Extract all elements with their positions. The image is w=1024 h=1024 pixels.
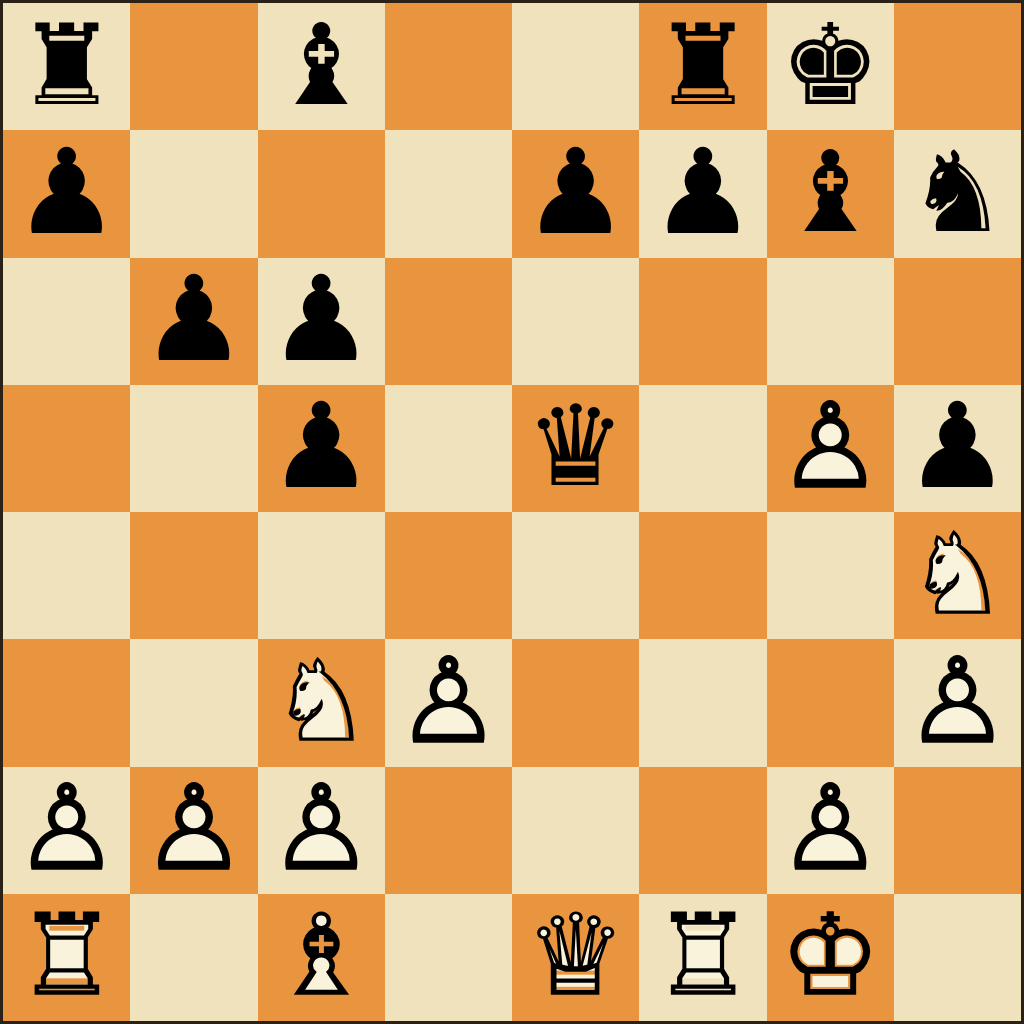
square-d3[interactable]: ♟♙ [385,639,512,766]
square-a8[interactable]: ♜ [3,3,130,130]
square-d4[interactable] [385,512,512,639]
square-f7[interactable]: ♟ [639,130,766,257]
square-g3[interactable] [767,639,894,766]
square-b1[interactable] [130,894,257,1021]
square-d5[interactable] [385,385,512,512]
white-rook-icon-outline: ♖ [653,899,753,1011]
black-bishop-icon-fill: ♝ [271,8,371,120]
square-f8[interactable]: ♜ [639,3,766,130]
square-g2[interactable]: ♟♙ [767,767,894,894]
square-h1[interactable] [894,894,1021,1021]
square-a3[interactable] [3,639,130,766]
black-pawn-icon-fill: ♟ [14,133,120,251]
square-c1[interactable]: ♝♗ [258,894,385,1021]
white-pawn-icon[interactable]: ♟♙ [894,639,1021,766]
square-e5[interactable]: ♛ [512,385,639,512]
black-bishop-icon[interactable]: ♝ [258,3,385,130]
white-king-icon[interactable]: ♚♔ [767,894,894,1021]
square-d6[interactable] [385,258,512,385]
square-h5[interactable]: ♟ [894,385,1021,512]
black-rook-icon-fill: ♜ [653,8,753,120]
square-d2[interactable] [385,767,512,894]
white-queen-icon[interactable]: ♛♕ [512,894,639,1021]
square-f6[interactable] [639,258,766,385]
black-pawn-icon-fill: ♟ [523,133,629,251]
square-e2[interactable] [512,767,639,894]
square-b5[interactable] [130,385,257,512]
square-g8[interactable]: ♚ [767,3,894,130]
black-rook-icon[interactable]: ♜ [639,3,766,130]
square-e8[interactable] [512,3,639,130]
black-pawn-icon[interactable]: ♟ [894,385,1021,512]
black-pawn-icon-fill: ♟ [268,387,374,505]
square-d7[interactable] [385,130,512,257]
white-pawn-icon-outline: ♙ [268,769,374,887]
white-pawn-icon[interactable]: ♟♙ [767,385,894,512]
square-b3[interactable] [130,639,257,766]
square-h4[interactable]: ♞♘ [894,512,1021,639]
square-g7[interactable]: ♝ [767,130,894,257]
square-c5[interactable]: ♟ [258,385,385,512]
white-pawn-icon[interactable]: ♟♙ [3,767,130,894]
white-knight-icon[interactable]: ♞♘ [258,639,385,766]
square-a5[interactable] [3,385,130,512]
square-e3[interactable] [512,639,639,766]
square-h8[interactable] [894,3,1021,130]
square-e6[interactable] [512,258,639,385]
black-knight-icon-fill: ♞ [907,136,1007,248]
black-knight-icon[interactable]: ♞ [894,130,1021,257]
square-e7[interactable]: ♟ [512,130,639,257]
square-e4[interactable] [512,512,639,639]
white-pawn-icon[interactable]: ♟♙ [385,639,512,766]
black-pawn-icon-fill: ♟ [268,260,374,378]
white-pawn-icon-outline: ♙ [777,387,883,505]
white-pawn-icon-outline: ♙ [141,769,247,887]
square-h6[interactable] [894,258,1021,385]
black-rook-icon-fill: ♜ [16,8,116,120]
white-queen-icon-outline: ♕ [525,899,625,1011]
white-bishop-icon[interactable]: ♝♗ [258,894,385,1021]
square-a4[interactable] [3,512,130,639]
white-pawn-icon-outline: ♙ [14,769,120,887]
white-knight-icon[interactable]: ♞♘ [894,512,1021,639]
square-f1[interactable]: ♜♖ [639,894,766,1021]
black-pawn-icon[interactable]: ♟ [258,385,385,512]
square-c2[interactable]: ♟♙ [258,767,385,894]
square-b2[interactable]: ♟♙ [130,767,257,894]
square-g1[interactable]: ♚♔ [767,894,894,1021]
black-bishop-icon[interactable]: ♝ [767,130,894,257]
white-pawn-icon-outline: ♙ [777,769,883,887]
square-a1[interactable]: ♜♖ [3,894,130,1021]
black-pawn-icon[interactable]: ♟ [512,130,639,257]
square-f5[interactable] [639,385,766,512]
square-b8[interactable] [130,3,257,130]
white-rook-icon[interactable]: ♜♖ [639,894,766,1021]
black-queen-icon[interactable]: ♛ [512,385,639,512]
white-rook-icon-outline: ♖ [16,899,116,1011]
white-rook-icon[interactable]: ♜♖ [3,894,130,1021]
square-f4[interactable] [639,512,766,639]
square-b4[interactable] [130,512,257,639]
black-pawn-icon-fill: ♟ [904,387,1010,505]
square-d8[interactable] [385,3,512,130]
square-c4[interactable] [258,512,385,639]
square-a7[interactable]: ♟ [3,130,130,257]
white-pawn-icon[interactable]: ♟♙ [767,767,894,894]
square-g4[interactable] [767,512,894,639]
white-pawn-icon-outline: ♙ [395,642,501,760]
black-queen-icon-fill: ♛ [525,390,625,502]
square-e1[interactable]: ♛♕ [512,894,639,1021]
white-knight-icon-outline: ♘ [271,645,371,757]
square-c6[interactable]: ♟ [258,258,385,385]
black-pawn-icon-fill: ♟ [141,260,247,378]
square-d1[interactable] [385,894,512,1021]
square-h2[interactable] [894,767,1021,894]
black-pawn-icon[interactable]: ♟ [130,258,257,385]
white-king-icon-outline: ♔ [780,899,880,1011]
square-b6[interactable]: ♟ [130,258,257,385]
white-knight-icon-outline: ♘ [907,517,1007,629]
black-pawn-icon[interactable]: ♟ [639,130,766,257]
square-c7[interactable] [258,130,385,257]
chess-board: ♜♝♜♚♟♟♟♝♞♟♟♟♛♟♙♟♞♘♞♘♟♙♟♙♟♙♟♙♟♙♟♙♜♖♝♗♛♕♜♖… [0,0,1024,1024]
white-pawn-icon[interactable]: ♟♙ [258,767,385,894]
black-bishop-icon-fill: ♝ [780,136,880,248]
square-h3[interactable]: ♟♙ [894,639,1021,766]
white-pawn-icon[interactable]: ♟♙ [130,767,257,894]
square-c3[interactable]: ♞♘ [258,639,385,766]
black-pawn-icon-fill: ♟ [650,133,756,251]
black-rook-icon[interactable]: ♜ [3,3,130,130]
black-pawn-icon[interactable]: ♟ [3,130,130,257]
white-pawn-icon-outline: ♙ [904,642,1010,760]
square-c8[interactable]: ♝ [258,3,385,130]
square-a2[interactable]: ♟♙ [3,767,130,894]
white-bishop-icon-outline: ♗ [271,899,371,1011]
square-g6[interactable] [767,258,894,385]
square-a6[interactable] [3,258,130,385]
square-g5[interactable]: ♟♙ [767,385,894,512]
square-f3[interactable] [639,639,766,766]
black-king-icon[interactable]: ♚ [767,3,894,130]
square-f2[interactable] [639,767,766,894]
black-king-icon-fill: ♚ [780,8,880,120]
black-pawn-icon[interactable]: ♟ [258,258,385,385]
square-h7[interactable]: ♞ [894,130,1021,257]
square-b7[interactable] [130,130,257,257]
